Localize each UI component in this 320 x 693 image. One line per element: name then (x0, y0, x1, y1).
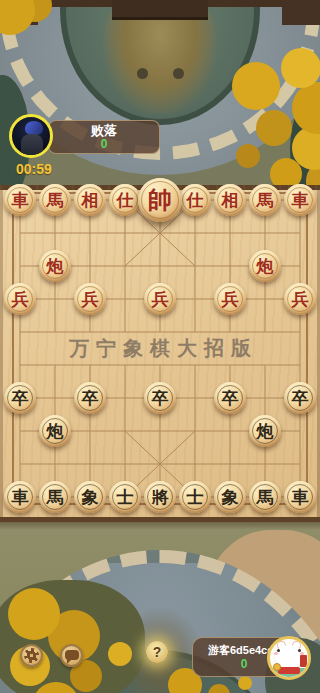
piece-glyph: 相 (222, 192, 239, 209)
opponent-info-box: 败落 0 (48, 120, 160, 154)
piece-black-r6c6[interactable]: 卒 (214, 382, 246, 414)
piece-red-r0c3[interactable]: 仕 (109, 184, 141, 216)
piece-glyph: 將 (152, 489, 169, 506)
piece-glyph: 卒 (12, 390, 29, 407)
wood-beam-right (282, 0, 320, 25)
piece-red-r3c8[interactable]: 兵 (284, 283, 316, 315)
self-score: 0 (241, 658, 248, 671)
top-scene (0, 0, 320, 185)
piece-glyph: 兵 (82, 291, 99, 308)
piece-glyph: 車 (12, 192, 29, 209)
piece-red-r0c6[interactable]: 相 (214, 184, 246, 216)
piece-glyph: 車 (12, 489, 29, 506)
piece-glyph: 馬 (47, 192, 64, 209)
opponent-timer: 00:59 (16, 161, 52, 177)
piece-glyph: 卒 (292, 390, 309, 407)
piece-glyph: 馬 (257, 192, 274, 209)
piece-black-r9c3[interactable]: 士 (109, 481, 141, 513)
avatar-body (21, 134, 43, 156)
settings-button[interactable] (20, 644, 43, 667)
piece-red-r2c1[interactable]: 炮 (39, 250, 71, 282)
piece-glyph: 兵 (152, 291, 169, 308)
piece-black-r9c5[interactable]: 士 (179, 481, 211, 513)
bronze-mask-eyes (137, 68, 148, 79)
piece-glyph: 兵 (222, 291, 239, 308)
piece-red-r0c0[interactable]: 車 (4, 184, 36, 216)
self-avatar[interactable] (267, 636, 311, 680)
piece-glyph: 仕 (117, 192, 134, 209)
piece-glyph: 車 (292, 192, 309, 209)
piece-black-r7c7[interactable]: 炮 (249, 415, 281, 447)
piece-red-r3c4[interactable]: 兵 (144, 283, 176, 315)
piece-red-r0c7[interactable]: 馬 (249, 184, 281, 216)
piece-glyph: 相 (82, 192, 99, 209)
piece-glyph: 兵 (12, 291, 29, 308)
piece-glyph: 卒 (152, 390, 169, 407)
golden-tree-left (8, 588, 60, 640)
piece-glyph: 仕 (187, 192, 204, 209)
opponent-avatar[interactable] (9, 114, 53, 158)
piece-red-r3c0[interactable]: 兵 (4, 283, 36, 315)
piece-glyph: 士 (117, 489, 134, 506)
wood-beam-center (112, 0, 208, 20)
avatar-hair (25, 121, 43, 135)
question-mark-icon: ? (153, 644, 162, 660)
piece-black-r9c4[interactable]: 將 (144, 481, 176, 513)
piece-black-r9c1[interactable]: 馬 (39, 481, 71, 513)
gear-icon (24, 648, 39, 663)
help-button[interactable]: ? (146, 641, 168, 663)
piece-glyph: 車 (292, 489, 309, 506)
piece-black-r9c0[interactable]: 車 (4, 481, 36, 513)
piece-red-r3c2[interactable]: 兵 (74, 283, 106, 315)
piece-black-r9c2[interactable]: 象 (74, 481, 106, 513)
piece-black-r9c6[interactable]: 象 (214, 481, 246, 513)
piece-glyph: 兵 (292, 291, 309, 308)
piece-glyph: 帥 (148, 188, 172, 212)
piece-black-r6c8[interactable]: 卒 (284, 382, 316, 414)
piece-red-r0c4[interactable]: 帥 (138, 178, 182, 222)
piece-red-r0c2[interactable]: 相 (74, 184, 106, 216)
cat-red-seal (300, 655, 307, 667)
piece-red-r0c5[interactable]: 仕 (179, 184, 211, 216)
piece-glyph: 象 (222, 489, 239, 506)
piece-glyph: 炮 (47, 423, 64, 440)
piece-black-r6c2[interactable]: 卒 (74, 382, 106, 414)
piece-red-r0c1[interactable]: 馬 (39, 184, 71, 216)
piece-glyph: 卒 (222, 390, 239, 407)
pieces-layer: 車馬相仕帥仕相馬車炮炮兵兵兵兵兵卒卒卒卒卒炮炮車馬象士將士象馬車 (0, 185, 320, 522)
cat-red-banner (278, 667, 300, 674)
golden-tree-right (232, 62, 280, 110)
piece-glyph: 炮 (47, 258, 64, 275)
piece-red-r3c6[interactable]: 兵 (214, 283, 246, 315)
piece-red-r0c8[interactable]: 車 (284, 184, 316, 216)
opponent-score: 0 (101, 138, 108, 151)
xiangqi-app: 万宁象棋大招版 車馬相仕帥仕相馬車炮炮兵兵兵兵兵卒卒卒卒卒炮炮車馬象士將士象馬車… (0, 0, 320, 693)
piece-black-r6c4[interactable]: 卒 (144, 382, 176, 414)
piece-black-r9c8[interactable]: 車 (284, 481, 316, 513)
piece-black-r6c0[interactable]: 卒 (4, 382, 36, 414)
piece-glyph: 馬 (257, 489, 274, 506)
piece-black-r9c7[interactable]: 馬 (249, 481, 281, 513)
piece-glyph: 馬 (47, 489, 64, 506)
piece-glyph: 炮 (257, 423, 274, 440)
piece-red-r2c7[interactable]: 炮 (249, 250, 281, 282)
piece-glyph: 卒 (82, 390, 99, 407)
piece-black-r7c1[interactable]: 炮 (39, 415, 71, 447)
cat-cheek-left (274, 652, 278, 655)
piece-glyph: 炮 (257, 258, 274, 275)
cat-gold-coin (273, 663, 281, 671)
chat-bubble-icon (65, 650, 79, 660)
board-drop-shadow (0, 522, 320, 530)
chat-button[interactable] (60, 644, 83, 667)
xiangqi-board[interactable]: 万宁象棋大招版 車馬相仕帥仕相馬車炮炮兵兵兵兵兵卒卒卒卒卒炮炮車馬象士將士象馬車 (0, 185, 320, 522)
opponent-name: 败落 (91, 123, 117, 138)
piece-glyph: 士 (187, 489, 204, 506)
piece-glyph: 象 (82, 489, 99, 506)
